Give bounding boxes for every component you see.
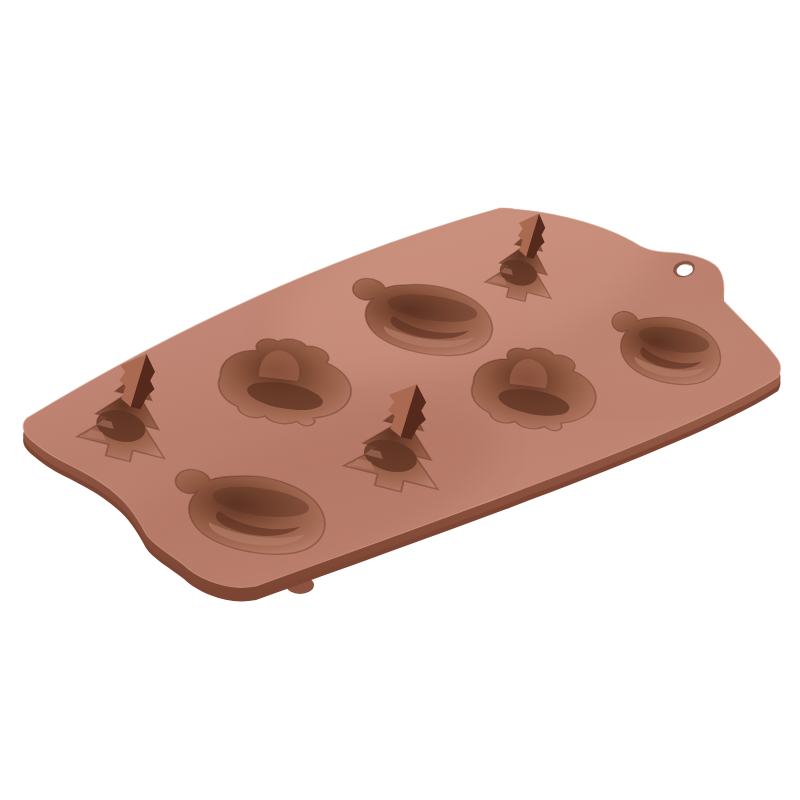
product-photo <box>0 0 800 800</box>
mold-illustration <box>0 0 800 800</box>
